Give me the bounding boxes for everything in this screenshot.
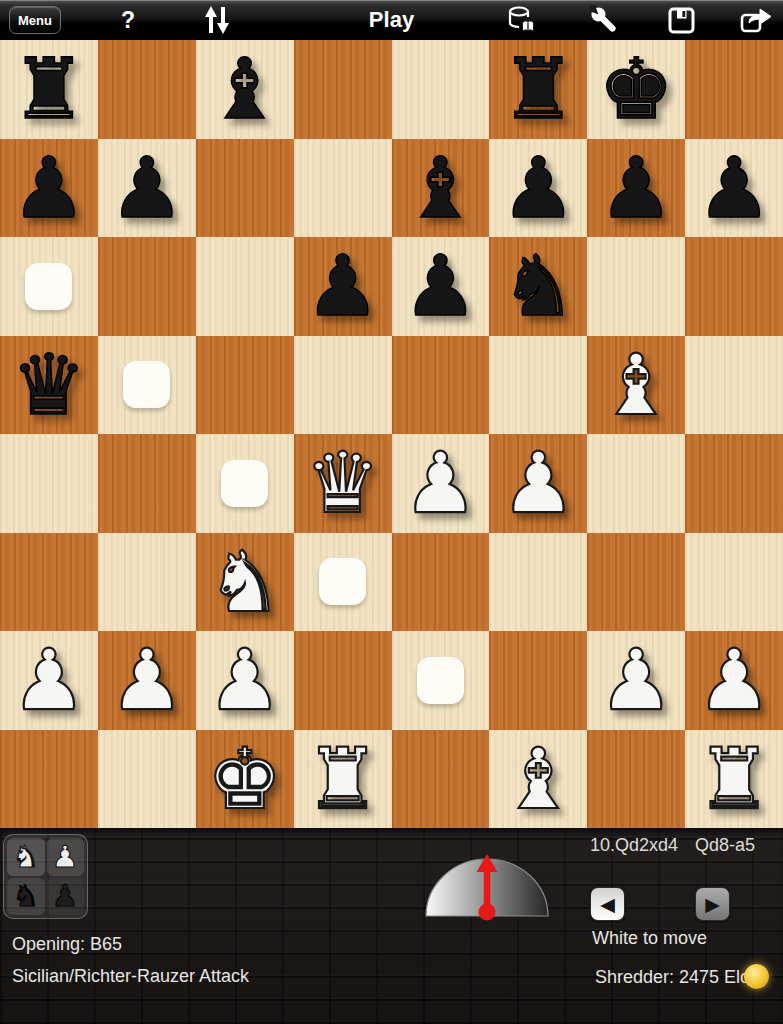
piece-white-knight[interactable]: ♞: [207, 533, 282, 631]
captured-black-pawn: ♟: [52, 881, 79, 911]
piece-white-rook[interactable]: ♜: [305, 730, 380, 828]
square-d8[interactable]: [294, 40, 392, 139]
toolbar: Menu ? Play: [0, 0, 783, 40]
square-g4[interactable]: [587, 434, 685, 533]
piece-white-pawn[interactable]: ♟: [207, 631, 282, 729]
piece-black-rook[interactable]: ♜: [501, 40, 576, 138]
piece-black-pawn[interactable]: ♟: [305, 237, 380, 335]
square-h3[interactable]: [685, 533, 783, 632]
legal-move-marker-d3: [319, 558, 366, 605]
app-window: Menu ? Play: [0, 0, 783, 1024]
piece-white-pawn[interactable]: ♟: [403, 434, 478, 532]
piece-white-bishop[interactable]: ♝: [599, 336, 674, 434]
square-b6[interactable]: [98, 237, 196, 336]
help-button[interactable]: ?: [116, 0, 140, 40]
square-a1[interactable]: [0, 730, 98, 829]
piece-white-bishop[interactable]: ♝: [501, 730, 576, 828]
piece-black-king[interactable]: ♚: [599, 40, 674, 138]
square-f5[interactable]: [489, 336, 587, 435]
square-e3[interactable]: [392, 533, 490, 632]
captured-pieces-tray: ♞♟♞♟: [3, 834, 88, 919]
square-g2[interactable]: ♟: [587, 631, 685, 730]
forward-button[interactable]: ▶: [695, 887, 730, 921]
captured-cell: ♞: [7, 838, 45, 876]
square-a4[interactable]: [0, 434, 98, 533]
square-d2[interactable]: [294, 631, 392, 730]
square-f6[interactable]: ♞: [489, 237, 587, 336]
square-a7[interactable]: ♟: [0, 139, 98, 238]
square-c5[interactable]: [196, 336, 294, 435]
piece-black-pawn[interactable]: ♟: [696, 139, 771, 237]
turn-status: White to move: [592, 928, 707, 949]
square-e4[interactable]: ♟: [392, 434, 490, 533]
piece-black-bishop[interactable]: ♝: [207, 40, 282, 138]
piece-black-pawn[interactable]: ♟: [109, 139, 184, 237]
square-c8[interactable]: ♝: [196, 40, 294, 139]
captured-white-knight: ♞: [12, 842, 39, 872]
forward-triangle-icon: ▶: [705, 895, 720, 914]
square-e7[interactable]: ♝: [392, 139, 490, 238]
captured-black-knight: ♞: [12, 881, 39, 911]
wrench-icon[interactable]: [585, 0, 623, 40]
piece-black-queen[interactable]: ♛: [11, 336, 86, 434]
square-a3[interactable]: [0, 533, 98, 632]
piece-white-pawn[interactable]: ♟: [109, 631, 184, 729]
square-b1[interactable]: [98, 730, 196, 829]
menu-button[interactable]: Menu: [9, 6, 61, 34]
piece-white-pawn[interactable]: ♟: [11, 631, 86, 729]
square-e1[interactable]: [392, 730, 490, 829]
captured-cell: ♟: [47, 838, 85, 876]
back-button[interactable]: ◀: [590, 887, 625, 921]
piece-black-pawn[interactable]: ♟: [11, 139, 86, 237]
square-c7[interactable]: [196, 139, 294, 238]
square-d1[interactable]: ♜: [294, 730, 392, 829]
square-b2[interactable]: ♟: [98, 631, 196, 730]
sun-icon: [744, 964, 769, 989]
piece-black-pawn[interactable]: ♟: [501, 139, 576, 237]
square-b8[interactable]: [98, 40, 196, 139]
square-h8[interactable]: [685, 40, 783, 139]
square-e6[interactable]: ♟: [392, 237, 490, 336]
updown-arrows-icon[interactable]: [198, 0, 236, 40]
square-g3[interactable]: [587, 533, 685, 632]
square-f1[interactable]: ♝: [489, 730, 587, 829]
square-f8[interactable]: ♜: [489, 40, 587, 139]
piece-black-bishop[interactable]: ♝: [403, 139, 478, 237]
square-c4[interactable]: [196, 434, 294, 533]
square-g1[interactable]: [587, 730, 685, 829]
legal-move-marker-c4: [221, 460, 268, 507]
last-move-white: 10.Qd2xd4: [590, 835, 678, 856]
square-e8[interactable]: [392, 40, 490, 139]
square-d6[interactable]: ♟: [294, 237, 392, 336]
piece-white-pawn[interactable]: ♟: [599, 631, 674, 729]
square-g5[interactable]: ♝: [587, 336, 685, 435]
piece-white-king[interactable]: ♚: [207, 730, 282, 828]
piece-black-pawn[interactable]: ♟: [599, 139, 674, 237]
square-d7[interactable]: [294, 139, 392, 238]
square-c2[interactable]: ♟: [196, 631, 294, 730]
square-a2[interactable]: ♟: [0, 631, 98, 730]
square-d4[interactable]: ♛: [294, 434, 392, 533]
bottom-panel: ♞♟♞♟ Opening: B65 Sicilian/Richter-Rauze…: [0, 828, 783, 1024]
captured-cell: ♟: [47, 878, 85, 916]
square-h4[interactable]: [685, 434, 783, 533]
save-icon[interactable]: [662, 0, 700, 40]
piece-white-queen[interactable]: ♛: [305, 434, 380, 532]
opening-book-icon[interactable]: [503, 0, 541, 40]
square-h6[interactable]: [685, 237, 783, 336]
legal-move-marker-e2: [417, 657, 464, 704]
square-g7[interactable]: ♟: [587, 139, 685, 238]
evaluation-gauge: [422, 850, 552, 924]
piece-white-pawn[interactable]: ♟: [696, 631, 771, 729]
square-f7[interactable]: ♟: [489, 139, 587, 238]
square-a5[interactable]: ♛: [0, 336, 98, 435]
captured-white-pawn: ♟: [52, 842, 79, 872]
square-h5[interactable]: [685, 336, 783, 435]
square-e5[interactable]: [392, 336, 490, 435]
last-move-black: Qd8-a5: [695, 835, 755, 856]
back-triangle-icon: ◀: [600, 895, 615, 914]
square-d5[interactable]: [294, 336, 392, 435]
legal-move-marker-a6: [25, 263, 72, 310]
piece-black-rook[interactable]: ♜: [11, 40, 86, 138]
square-g8[interactable]: ♚: [587, 40, 685, 139]
square-b5[interactable]: [98, 336, 196, 435]
square-g6[interactable]: [587, 237, 685, 336]
square-d3[interactable]: [294, 533, 392, 632]
piece-white-rook[interactable]: ♜: [696, 730, 771, 828]
chess-board[interactable]: ♜♝♜♚♟♟♝♟♟♟♟♟♞♛♝♛♟♟♞♟♟♟♟♟♚♜♝♜: [0, 40, 783, 828]
square-f4[interactable]: ♟: [489, 434, 587, 533]
square-a6[interactable]: [0, 237, 98, 336]
square-c6[interactable]: [196, 237, 294, 336]
square-e2[interactable]: [392, 631, 490, 730]
square-b7[interactable]: ♟: [98, 139, 196, 238]
square-f3[interactable]: [489, 533, 587, 632]
square-h1[interactable]: ♜: [685, 730, 783, 829]
piece-black-knight[interactable]: ♞: [501, 237, 576, 335]
square-a8[interactable]: ♜: [0, 40, 98, 139]
opening-name: Sicilian/Richter-Rauzer Attack: [12, 966, 249, 987]
square-h7[interactable]: ♟: [685, 139, 783, 238]
engine-strength: Shredder: 2475 Elo: [595, 967, 750, 988]
piece-black-pawn[interactable]: ♟: [403, 237, 478, 335]
square-c1[interactable]: ♚: [196, 730, 294, 829]
piece-white-pawn[interactable]: ♟: [501, 434, 576, 532]
square-b4[interactable]: [98, 434, 196, 533]
captured-cell: ♞: [7, 878, 45, 916]
legal-move-marker-b5: [123, 361, 170, 408]
share-icon[interactable]: [738, 0, 776, 40]
square-c3[interactable]: ♞: [196, 533, 294, 632]
square-f2[interactable]: [489, 631, 587, 730]
square-b3[interactable]: [98, 533, 196, 632]
square-h2[interactable]: ♟: [685, 631, 783, 730]
opening-code: Opening: B65: [12, 934, 122, 955]
